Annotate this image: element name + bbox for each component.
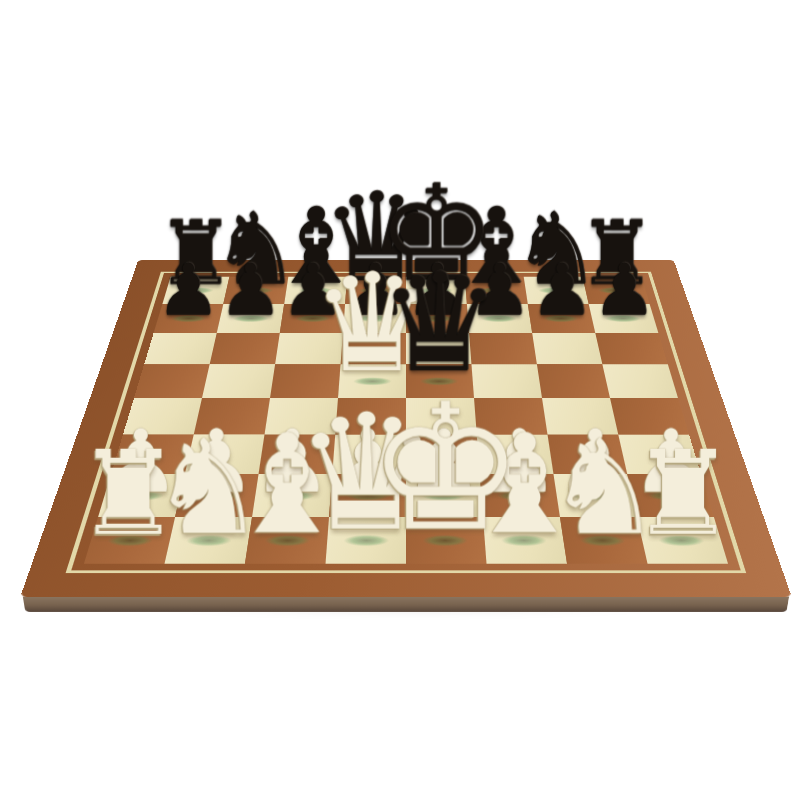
- felt-base-a2: [110, 489, 174, 504]
- square-a8: ♜: [162, 277, 229, 304]
- square-g7: ♟: [528, 304, 595, 333]
- felt-base-c8: [292, 286, 341, 295]
- square-e1: ♚: [406, 517, 487, 564]
- square-e4: [406, 398, 477, 434]
- felt-base-c7: [287, 314, 338, 324]
- square-h1: ♜: [637, 517, 728, 564]
- felt-base-g8: [531, 286, 581, 295]
- square-d2: ♟: [329, 474, 406, 517]
- square-e2: ♟: [406, 474, 483, 517]
- square-b1: ♞: [164, 517, 252, 564]
- felt-base-h1: [648, 533, 715, 549]
- square-d1: ♛: [325, 517, 406, 564]
- felt-base-g2: [563, 489, 626, 504]
- piece-black-rook-a8: ♜: [156, 214, 235, 294]
- felt-base-e8: [412, 286, 460, 295]
- square-c6: [275, 333, 343, 364]
- square-a6: [144, 333, 217, 364]
- square-e8: ♚: [406, 277, 467, 304]
- board-front-edge: [23, 597, 789, 612]
- square-f6: [469, 333, 537, 364]
- square-h8: ♜: [583, 277, 650, 304]
- felt-base-a7: [163, 314, 215, 324]
- square-h3: [618, 434, 701, 474]
- square-f4: [474, 398, 547, 434]
- square-h7: ♟: [589, 304, 659, 333]
- felt-base-c1: [255, 533, 320, 549]
- felt-base-g7: [535, 314, 586, 324]
- square-h5: [602, 364, 678, 398]
- felt-base-f8: [472, 286, 521, 295]
- felt-base-b2: [186, 489, 249, 504]
- square-g8: ♞: [524, 277, 589, 304]
- square-b5: [202, 364, 275, 398]
- square-b6: [210, 333, 280, 364]
- square-b8: ♞: [223, 277, 288, 304]
- square-a2: ♟: [98, 474, 185, 517]
- square-d8: ♛: [345, 277, 406, 304]
- felt-base-d8: [352, 286, 400, 295]
- square-c4: [265, 398, 338, 434]
- square-h6: [595, 333, 668, 364]
- square-c3: [259, 434, 336, 474]
- square-g4: [542, 398, 618, 434]
- square-h2: ♟: [627, 474, 714, 517]
- felt-base-b8: [231, 286, 281, 295]
- square-a5: [134, 364, 210, 398]
- square-d6: [341, 333, 406, 364]
- square-e7: ♟: [406, 304, 469, 333]
- felt-base-c2: [262, 489, 324, 504]
- square-c2: ♟: [252, 474, 332, 517]
- square-b3: [185, 434, 265, 474]
- product-photo-canvas: ♜♞♝♛♚♝♞♜♟♟♟♟♟♟♟♟♛♛♟♟♟♟♟♟♟♟♜♞♝♛♚♝♞♜: [0, 0, 800, 800]
- square-b7: ♟: [217, 304, 284, 333]
- square-a1: ♜: [84, 517, 175, 564]
- square-f3: [477, 434, 554, 474]
- square-f5: [471, 364, 542, 398]
- square-g1: ♞: [560, 517, 648, 564]
- square-g3: [547, 434, 627, 474]
- felt-base-g1: [570, 533, 636, 549]
- square-f7: ♟: [467, 304, 532, 333]
- felt-base-e5: [413, 376, 467, 387]
- square-g5: [537, 364, 610, 398]
- square-b2: ♟: [175, 474, 258, 517]
- felt-base-a8: [171, 286, 221, 295]
- square-f2: ♟: [480, 474, 560, 517]
- felt-base-d1: [335, 533, 399, 549]
- felt-base-f2: [488, 489, 550, 504]
- felt-base-h7: [597, 314, 649, 324]
- square-a7: ♟: [154, 304, 224, 333]
- square-e3: [406, 434, 480, 474]
- square-a4: [123, 398, 202, 434]
- square-c8: ♝: [284, 277, 347, 304]
- board-grid: ♜♞♝♛♚♝♞♜♟♟♟♟♟♟♟♟♛♛♟♟♟♟♟♟♟♟♜♞♝♛♚♝♞♜: [84, 277, 728, 564]
- square-d5: ♛: [338, 364, 406, 398]
- felt-base-d5: [346, 376, 400, 387]
- felt-base-b1: [176, 533, 242, 549]
- square-b4: [194, 398, 270, 434]
- piece-black-rook-h8: ♜: [577, 214, 656, 294]
- square-f1: ♝: [483, 517, 567, 564]
- square-f8: ♝: [465, 277, 528, 304]
- square-g2: ♟: [553, 474, 636, 517]
- square-d3: [332, 434, 406, 474]
- felt-base-b7: [225, 314, 276, 324]
- chess-board: ♜♞♝♛♚♝♞♜♟♟♟♟♟♟♟♟♛♛♟♟♟♟♟♟♟♟♜♞♝♛♚♝♞♜: [20, 260, 791, 596]
- chess-scene: ♜♞♝♛♚♝♞♜♟♟♟♟♟♟♟♟♛♛♟♟♟♟♟♟♟♟♜♞♝♛♚♝♞♜: [0, 0, 800, 800]
- felt-base-e7: [412, 314, 462, 324]
- square-e5: ♛: [406, 364, 474, 398]
- square-d4: [335, 398, 406, 434]
- felt-base-e2: [413, 489, 474, 504]
- felt-base-h8: [591, 286, 641, 295]
- square-e6: [406, 333, 471, 364]
- square-c1: ♝: [245, 517, 329, 564]
- square-g6: [532, 333, 602, 364]
- felt-base-e1: [414, 533, 478, 549]
- square-c7: ♟: [280, 304, 345, 333]
- felt-base-h2: [638, 489, 702, 504]
- square-c5: [270, 364, 341, 398]
- felt-base-d2: [338, 489, 399, 504]
- felt-base-d7: [350, 314, 400, 324]
- square-h4: [610, 398, 689, 434]
- square-d7: ♟: [343, 304, 406, 333]
- square-a3: [111, 434, 194, 474]
- felt-base-f1: [492, 533, 557, 549]
- felt-base-f7: [474, 314, 525, 324]
- felt-base-a1: [96, 533, 163, 549]
